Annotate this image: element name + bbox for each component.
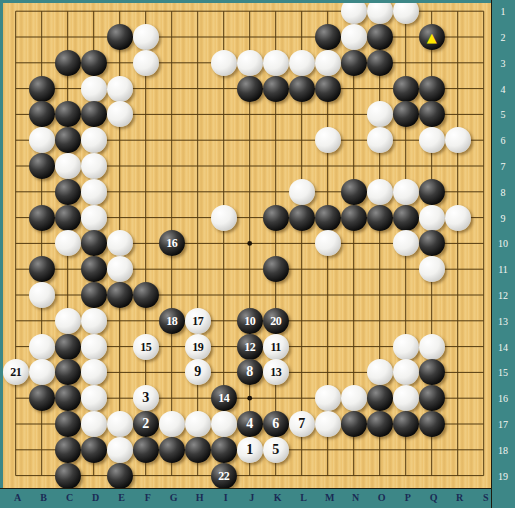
white-stone-D8 (81, 179, 107, 205)
black-stone-C5 (55, 101, 81, 127)
move-number: 12 (244, 340, 255, 354)
white-stone-H17 (185, 411, 211, 437)
white-stone-K18: 5 (263, 437, 289, 463)
column-label-N: N (346, 490, 366, 506)
row-label-6: 6 (493, 135, 513, 147)
white-stone-J3 (237, 50, 263, 76)
column-label-G: G (164, 490, 184, 506)
black-stone-B16 (29, 385, 55, 411)
black-stone-B5 (29, 101, 55, 127)
column-label-H: H (190, 490, 210, 506)
black-stone-C14 (55, 334, 81, 360)
black-stone-O17 (367, 411, 393, 437)
black-stone-K9 (263, 205, 289, 231)
black-stone-B11 (29, 256, 55, 282)
black-stone-N3 (341, 50, 367, 76)
black-stone-P17 (393, 411, 419, 437)
row-label-17: 17 (493, 419, 513, 431)
white-stone-P14 (393, 334, 419, 360)
move-number: 20 (270, 314, 281, 328)
white-stone-E17 (107, 411, 133, 437)
white-stone-E5 (107, 101, 133, 127)
black-stone-G18 (159, 437, 185, 463)
white-stone-E18 (107, 437, 133, 463)
black-stone-G13: 18 (159, 308, 185, 334)
row-label-19: 19 (493, 471, 513, 483)
black-stone-I18 (211, 437, 237, 463)
move-number: 1 (246, 443, 253, 457)
white-stone-Q14 (419, 334, 445, 360)
white-stone-B6 (29, 127, 55, 153)
white-stone-E10 (107, 230, 133, 256)
black-stone-J15: 8 (237, 359, 263, 385)
white-stone-F2 (133, 24, 159, 50)
black-stone-P4 (393, 76, 419, 102)
row-label-8: 8 (493, 187, 513, 199)
white-stone-D7 (81, 153, 107, 179)
black-stone-Q17 (419, 411, 445, 437)
white-stone-O8 (367, 179, 393, 205)
black-stone-M9 (315, 205, 341, 231)
row-label-5: 5 (493, 109, 513, 121)
white-stone-M16 (315, 385, 341, 411)
move-number: 22 (218, 469, 229, 483)
black-stone-D18 (81, 437, 107, 463)
move-number: 7 (298, 417, 305, 431)
black-stone-Q8 (419, 179, 445, 205)
white-stone-G17 (159, 411, 185, 437)
row-coordinate-strip (491, 0, 515, 508)
black-stone-Q10 (419, 230, 445, 256)
black-stone-J13: 10 (237, 308, 263, 334)
white-stone-R9 (445, 205, 471, 231)
black-stone-J14: 12 (237, 334, 263, 360)
row-label-2: 2 (493, 32, 513, 44)
white-stone-K15: 13 (263, 359, 289, 385)
row-label-3: 3 (493, 58, 513, 70)
black-stone-O16 (367, 385, 393, 411)
column-label-R: R (450, 490, 470, 506)
column-label-Q: Q (424, 490, 444, 506)
move-number: 9 (194, 365, 201, 379)
white-stone-F14: 15 (133, 334, 159, 360)
left-border (0, 3, 3, 488)
white-stone-F16: 3 (133, 385, 159, 411)
move-number: 4 (246, 417, 253, 431)
column-label-P: P (398, 490, 418, 506)
top-border (0, 0, 491, 3)
black-stone-C15 (55, 359, 81, 385)
white-stone-K3 (263, 50, 289, 76)
move-number: 18 (166, 314, 177, 328)
move-number: 15 (140, 340, 151, 354)
white-stone-H13: 17 (185, 308, 211, 334)
black-stone-N17 (341, 411, 367, 437)
white-stone-C13 (55, 308, 81, 334)
white-stone-D9 (81, 205, 107, 231)
move-number: 6 (272, 417, 279, 431)
move-number: 10 (244, 314, 255, 328)
black-stone-E2 (107, 24, 133, 50)
white-stone-B15 (29, 359, 55, 385)
move-number: 8 (246, 365, 253, 379)
row-label-16: 16 (493, 393, 513, 405)
white-stone-D17 (81, 411, 107, 437)
white-stone-D4 (81, 76, 107, 102)
black-stone-C17 (55, 411, 81, 437)
star-point (247, 241, 252, 246)
white-stone-Q6 (419, 127, 445, 153)
row-label-7: 7 (493, 161, 513, 173)
row-label-11: 11 (493, 264, 513, 276)
white-stone-H14: 19 (185, 334, 211, 360)
column-label-C: C (60, 490, 80, 506)
black-stone-O3 (367, 50, 393, 76)
row-label-15: 15 (493, 367, 513, 379)
black-stone-D12 (81, 282, 107, 308)
black-stone-H18 (185, 437, 211, 463)
white-stone-D14 (81, 334, 107, 360)
column-label-A: A (8, 490, 28, 506)
row-label-14: 14 (493, 342, 513, 354)
move-number: 17 (192, 314, 203, 328)
black-stone-Q16 (419, 385, 445, 411)
white-stone-O5 (367, 101, 393, 127)
white-stone-F3 (133, 50, 159, 76)
black-stone-K11 (263, 256, 289, 282)
black-stone-E19 (107, 463, 133, 489)
move-number: 13 (270, 365, 281, 379)
star-point (247, 396, 252, 401)
black-stone-I16: 14 (211, 385, 237, 411)
black-stone-C3 (55, 50, 81, 76)
black-stone-C18 (55, 437, 81, 463)
black-stone-P5 (393, 101, 419, 127)
row-label-1: 1 (493, 6, 513, 18)
move-number: 14 (218, 391, 229, 405)
white-stone-Q9 (419, 205, 445, 231)
white-stone-P1 (393, 0, 419, 24)
black-stone-F18 (133, 437, 159, 463)
black-stone-D3 (81, 50, 107, 76)
black-stone-M4 (315, 76, 341, 102)
white-stone-P15 (393, 359, 419, 385)
white-stone-E11 (107, 256, 133, 282)
black-stone-Q15 (419, 359, 445, 385)
move-number: 19 (192, 340, 203, 354)
white-stone-K14: 11 (263, 334, 289, 360)
white-stone-P8 (393, 179, 419, 205)
white-stone-P10 (393, 230, 419, 256)
black-stone-B7 (29, 153, 55, 179)
column-label-J: J (242, 490, 262, 506)
column-label-I: I (216, 490, 236, 506)
white-stone-N1 (341, 0, 367, 24)
column-label-L: L (294, 490, 314, 506)
move-number: 2 (142, 417, 149, 431)
black-stone-D11 (81, 256, 107, 282)
black-stone-K17: 6 (263, 411, 289, 437)
white-stone-L3 (289, 50, 315, 76)
black-stone-C9 (55, 205, 81, 231)
white-stone-N16 (341, 385, 367, 411)
black-stone-G10: 16 (159, 230, 185, 256)
move-number: 3 (142, 391, 149, 405)
white-stone-M3 (315, 50, 341, 76)
white-stone-M6 (315, 127, 341, 153)
white-stone-O1 (367, 0, 393, 24)
black-stone-Q2: ▲ (419, 24, 445, 50)
black-stone-N8 (341, 179, 367, 205)
white-stone-D16 (81, 385, 107, 411)
column-label-S: S (476, 490, 496, 506)
black-stone-K4 (263, 76, 289, 102)
white-stone-L8 (289, 179, 315, 205)
white-stone-O6 (367, 127, 393, 153)
black-stone-M2 (315, 24, 341, 50)
column-label-E: E (112, 490, 132, 506)
black-stone-F12 (133, 282, 159, 308)
column-label-F: F (138, 490, 158, 506)
white-stone-I9 (211, 205, 237, 231)
column-label-B: B (34, 490, 54, 506)
white-stone-M10 (315, 230, 341, 256)
black-stone-P9 (393, 205, 419, 231)
black-stone-O2 (367, 24, 393, 50)
black-stone-J17: 4 (237, 411, 263, 437)
move-number: 5 (272, 443, 279, 457)
white-stone-C7 (55, 153, 81, 179)
row-label-9: 9 (493, 213, 513, 225)
column-label-D: D (86, 490, 106, 506)
white-stone-M17 (315, 411, 341, 437)
white-stone-R6 (445, 127, 471, 153)
white-stone-B14 (29, 334, 55, 360)
black-stone-K13: 20 (263, 308, 289, 334)
goban[interactable]: ▲16181710201519121121981331424671522 (0, 0, 491, 488)
black-stone-B9 (29, 205, 55, 231)
white-stone-Q11 (419, 256, 445, 282)
black-stone-I19: 22 (211, 463, 237, 489)
white-stone-C10 (55, 230, 81, 256)
row-label-18: 18 (493, 445, 513, 457)
black-stone-Q5 (419, 101, 445, 127)
triangle-marker-icon: ▲ (427, 31, 437, 44)
black-stone-D10 (81, 230, 107, 256)
black-stone-C16 (55, 385, 81, 411)
white-stone-L17: 7 (289, 411, 315, 437)
white-stone-E4 (107, 76, 133, 102)
white-stone-P16 (393, 385, 419, 411)
white-stone-I17 (211, 411, 237, 437)
black-stone-F17: 2 (133, 411, 159, 437)
row-label-12: 12 (493, 290, 513, 302)
black-stone-O9 (367, 205, 393, 231)
black-stone-D5 (81, 101, 107, 127)
black-stone-Q4 (419, 76, 445, 102)
white-stone-I3 (211, 50, 237, 76)
black-stone-N9 (341, 205, 367, 231)
white-stone-H15: 9 (185, 359, 211, 385)
white-stone-D6 (81, 127, 107, 153)
white-stone-O15 (367, 359, 393, 385)
white-stone-J18: 1 (237, 437, 263, 463)
black-stone-L9 (289, 205, 315, 231)
black-stone-C8 (55, 179, 81, 205)
move-number: 16 (166, 236, 177, 250)
row-label-4: 4 (493, 84, 513, 96)
black-stone-C6 (55, 127, 81, 153)
white-stone-N2 (341, 24, 367, 50)
white-stone-B12 (29, 282, 55, 308)
column-label-O: O (372, 490, 392, 506)
white-stone-D13 (81, 308, 107, 334)
row-label-13: 13 (493, 316, 513, 328)
row-label-10: 10 (493, 238, 513, 250)
black-stone-J4 (237, 76, 263, 102)
column-label-M: M (320, 490, 340, 506)
black-stone-L4 (289, 76, 315, 102)
move-number: 21 (10, 365, 21, 379)
move-number: 11 (271, 340, 281, 354)
go-board-screenshot: ▲16181710201519121121981331424671522 ABC… (0, 0, 515, 508)
white-stone-A15: 21 (3, 359, 29, 385)
black-stone-B4 (29, 76, 55, 102)
black-stone-C19 (55, 463, 81, 489)
column-label-K: K (268, 490, 288, 506)
white-stone-D15 (81, 359, 107, 385)
black-stone-E12 (107, 282, 133, 308)
